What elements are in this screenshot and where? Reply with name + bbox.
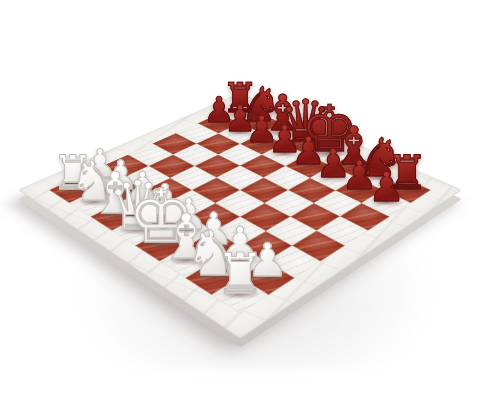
chess-set-product-photo: ♜♞♝♛♚♝♞♜♟♟♟♟♟♟♟♟♟♟♟♟♟♟♟♟♜♞♝♛♚♝♞♜ (0, 0, 500, 400)
piece-white-rook-h1: ♜ (215, 246, 265, 302)
pieces-layer: ♜♞♝♛♚♝♞♜♟♟♟♟♟♟♟♟♟♟♟♟♟♟♟♟♜♞♝♛♚♝♞♜ (0, 0, 500, 400)
piece-red-pawn-h7: ♟ (368, 167, 405, 208)
